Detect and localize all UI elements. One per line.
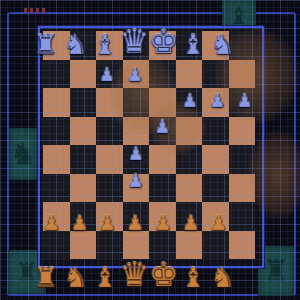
bottom-right-emblem-glyph-icon: ♜ [263,256,290,286]
top-right-emblem-glyph-icon: ♝ [228,4,250,28]
square-e4[interactable] [149,145,176,174]
square-c6[interactable] [96,88,123,117]
piece-black-knight-g8[interactable]: ♞ [210,31,234,58]
square-e7[interactable] [149,60,176,89]
piece-white-knight-g1[interactable]: ♞ [210,264,234,291]
piece-black-bishop-c8[interactable]: ♝ [93,31,117,58]
chess-game-screenshot: ♞♜♝♜ ♜♞♝♛♚♝♞♟♟♟♟♟♟♟♟♟♟♟♟♟♟♟♜♞♝♛♚♝♞ [0,0,300,300]
square-h4[interactable] [229,145,256,174]
square-c5[interactable] [96,117,123,146]
piece-black-pawn-f6[interactable]: ♟ [182,92,198,110]
square-h5[interactable] [229,117,256,146]
piece-black-knight-b8[interactable]: ♞ [63,31,87,58]
piece-black-pawn-g6[interactable]: ♟ [209,92,225,110]
square-b7[interactable] [70,60,97,89]
square-f5[interactable] [176,117,203,146]
piece-white-pawn-c2[interactable]: ♟ [98,213,116,233]
piece-black-bishop-f8[interactable]: ♝ [181,31,205,58]
square-h2[interactable] [229,202,256,231]
piece-black-pawn-d4[interactable]: ♟ [128,145,144,163]
square-g5[interactable] [202,117,229,146]
square-a3[interactable] [43,174,70,203]
square-g3[interactable] [202,174,229,203]
piece-white-pawn-d2[interactable]: ♟ [126,213,144,233]
piece-white-pawn-a2[interactable]: ♟ [43,213,61,233]
square-g4[interactable] [202,145,229,174]
square-b4[interactable] [70,145,97,174]
piece-white-bishop-c1[interactable]: ♝ [93,264,117,291]
piece-white-pawn-g2[interactable]: ♟ [210,213,228,233]
square-a7[interactable] [43,60,70,89]
piece-white-king-e1[interactable]: ♚ [149,258,179,291]
square-g7[interactable] [202,60,229,89]
square-a6[interactable] [43,88,70,117]
piece-black-pawn-d7[interactable]: ♟ [127,66,143,84]
piece-black-pawn-c7[interactable]: ♟ [99,66,115,84]
piece-black-pawn-e5[interactable]: ♟ [154,118,170,136]
piece-white-rook-a1[interactable]: ♜ [34,264,58,291]
square-e3[interactable] [149,174,176,203]
piece-white-queen-d1[interactable]: ♛ [119,258,149,291]
piece-black-pawn-h6[interactable]: ♟ [236,92,252,110]
square-f3[interactable] [176,174,203,203]
piece-white-pawn-b2[interactable]: ♟ [70,213,88,233]
square-b3[interactable] [70,174,97,203]
square-e6[interactable] [149,88,176,117]
square-d5[interactable] [123,117,150,146]
square-a4[interactable] [43,145,70,174]
piece-black-pawn-d3[interactable]: ♟ [127,172,143,190]
left-margin-emblem-glyph-icon: ♞ [10,139,37,169]
square-b5[interactable] [70,117,97,146]
square-c3[interactable] [96,174,123,203]
square-d6[interactable] [123,88,150,117]
square-h1[interactable] [229,231,256,260]
piece-black-queen-d8[interactable]: ♛ [119,25,149,58]
corner-red-marks [24,8,46,13]
piece-white-pawn-f2[interactable]: ♟ [182,213,200,233]
square-a5[interactable] [43,117,70,146]
piece-white-pawn-e2[interactable]: ♟ [154,213,172,233]
square-h3[interactable] [229,174,256,203]
square-f4[interactable] [176,145,203,174]
square-h7[interactable] [229,60,256,89]
piece-white-bishop-f1[interactable]: ♝ [181,264,205,291]
square-c4[interactable] [96,145,123,174]
piece-black-rook-a8[interactable]: ♜ [34,31,58,58]
square-f7[interactable] [176,60,203,89]
square-b6[interactable] [70,88,97,117]
piece-black-king-e8[interactable]: ♚ [149,25,179,58]
left-margin-emblem: ♞ [9,128,37,180]
piece-white-knight-b1[interactable]: ♞ [63,264,87,291]
